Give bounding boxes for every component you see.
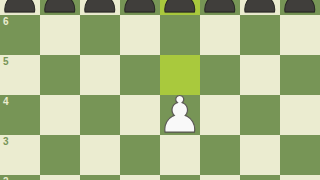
piece-black-pawn-g7[interactable]: ♟ xyxy=(240,0,280,15)
square-d3[interactable] xyxy=(120,135,160,175)
square-a5[interactable]: 5 xyxy=(0,55,40,95)
square-g2[interactable] xyxy=(240,175,280,180)
piece-black-pawn-d7[interactable]: ♟ xyxy=(120,0,160,15)
piece-black-pawn-b7[interactable]: ♟ xyxy=(40,0,80,15)
square-a2[interactable]: 2 xyxy=(0,175,40,180)
square-h4[interactable] xyxy=(280,95,320,135)
square-h2[interactable] xyxy=(280,175,320,180)
square-f7[interactable]: ♟ xyxy=(200,0,240,15)
piece-white-pawn-e4[interactable]: ♟ xyxy=(160,95,200,135)
chess-board-viewport: ♟♟♟♟♟♟♟♟654♟32 xyxy=(0,0,320,180)
square-e2[interactable] xyxy=(160,175,200,180)
square-c3[interactable] xyxy=(80,135,120,175)
square-c5[interactable] xyxy=(80,55,120,95)
rank-label-5: 5 xyxy=(3,56,9,67)
square-b7[interactable]: ♟ xyxy=(40,0,80,15)
square-d7[interactable]: ♟ xyxy=(120,0,160,15)
square-h5[interactable] xyxy=(280,55,320,95)
square-a4[interactable]: 4 xyxy=(0,95,40,135)
rank-label-2: 2 xyxy=(3,176,9,180)
piece-black-pawn-a7[interactable]: ♟ xyxy=(0,0,40,15)
square-e6[interactable] xyxy=(160,15,200,55)
square-f3[interactable] xyxy=(200,135,240,175)
square-g3[interactable] xyxy=(240,135,280,175)
square-g5[interactable] xyxy=(240,55,280,95)
piece-black-pawn-h7[interactable]: ♟ xyxy=(280,0,320,15)
square-h6[interactable] xyxy=(280,15,320,55)
square-b5[interactable] xyxy=(40,55,80,95)
square-b6[interactable] xyxy=(40,15,80,55)
square-g6[interactable] xyxy=(240,15,280,55)
piece-black-pawn-e7[interactable]: ♟ xyxy=(160,0,200,15)
square-d2[interactable] xyxy=(120,175,160,180)
square-f6[interactable] xyxy=(200,15,240,55)
square-b3[interactable] xyxy=(40,135,80,175)
square-f4[interactable] xyxy=(200,95,240,135)
square-c4[interactable] xyxy=(80,95,120,135)
square-c2[interactable] xyxy=(80,175,120,180)
square-d4[interactable] xyxy=(120,95,160,135)
square-e3[interactable] xyxy=(160,135,200,175)
piece-black-pawn-c7[interactable]: ♟ xyxy=(80,0,120,15)
chess-board[interactable]: ♟♟♟♟♟♟♟♟654♟32 xyxy=(0,0,320,180)
square-d5[interactable] xyxy=(120,55,160,95)
square-e4[interactable]: ♟ xyxy=(160,95,200,135)
square-a7[interactable]: ♟ xyxy=(0,0,40,15)
square-g7[interactable]: ♟ xyxy=(240,0,280,15)
square-c7[interactable]: ♟ xyxy=(80,0,120,15)
square-h3[interactable] xyxy=(280,135,320,175)
square-a3[interactable]: 3 xyxy=(0,135,40,175)
square-b2[interactable] xyxy=(40,175,80,180)
square-g4[interactable] xyxy=(240,95,280,135)
rank-label-4: 4 xyxy=(3,96,9,107)
square-c6[interactable] xyxy=(80,15,120,55)
square-f2[interactable] xyxy=(200,175,240,180)
rank-label-6: 6 xyxy=(3,16,9,27)
rank-label-3: 3 xyxy=(3,136,9,147)
square-e7[interactable]: ♟ xyxy=(160,0,200,15)
square-b4[interactable] xyxy=(40,95,80,135)
square-h7[interactable]: ♟ xyxy=(280,0,320,15)
square-a6[interactable]: 6 xyxy=(0,15,40,55)
square-f5[interactable] xyxy=(200,55,240,95)
piece-black-pawn-f7[interactable]: ♟ xyxy=(200,0,240,15)
square-d6[interactable] xyxy=(120,15,160,55)
